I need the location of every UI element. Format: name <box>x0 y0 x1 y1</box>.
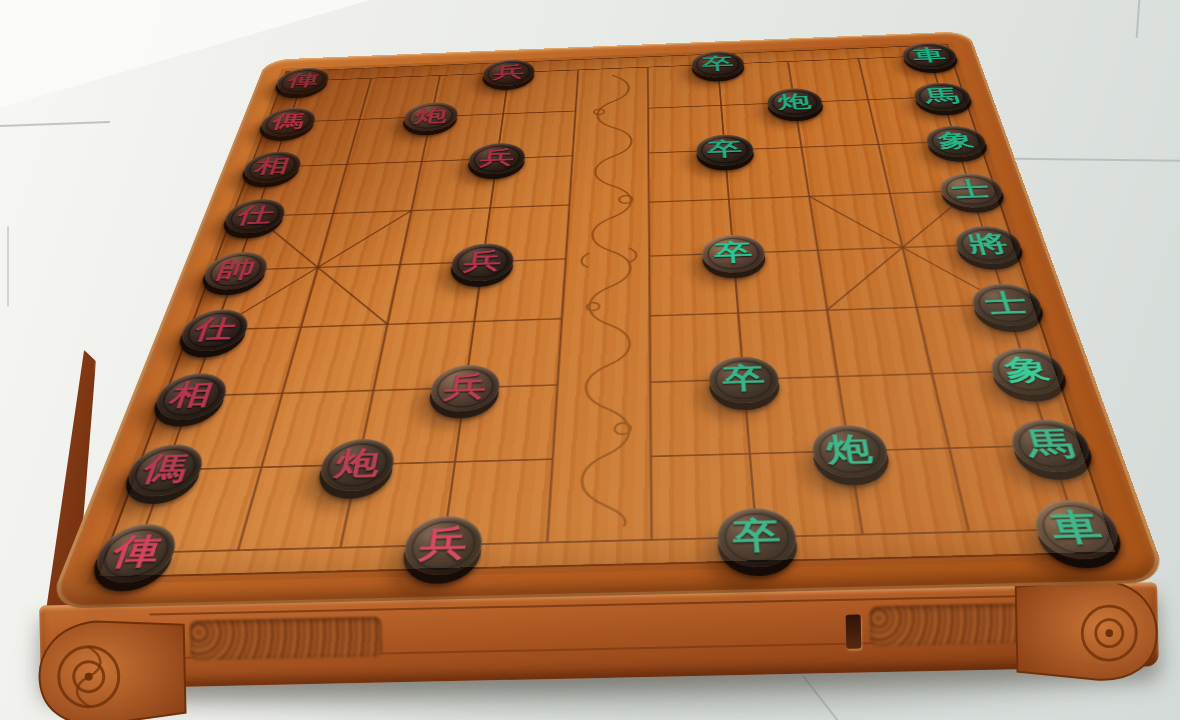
piece-black[interactable]: 士 <box>967 283 1047 327</box>
piece-character: 兵 <box>417 525 469 562</box>
piece-red[interactable]: 仕 <box>220 198 290 234</box>
piece-black[interactable]: 馬 <box>1006 419 1097 473</box>
piece-red[interactable]: 兵 <box>400 516 485 576</box>
piece-black[interactable]: 炮 <box>809 424 891 478</box>
piece-character: 士 <box>949 179 992 201</box>
piece-character: 兵 <box>492 63 526 80</box>
piece-character: 卒 <box>721 363 766 393</box>
piece-character: 象 <box>1001 355 1053 385</box>
piece-red[interactable]: 仕 <box>175 308 253 351</box>
piece-red[interactable]: 傌 <box>257 107 320 137</box>
piece-character: 車 <box>1046 509 1106 546</box>
piece-character: 帥 <box>214 257 259 281</box>
piece-black[interactable]: 卒 <box>691 50 745 78</box>
piece-red[interactable]: 炮 <box>316 438 399 492</box>
piece-red[interactable]: 相 <box>149 372 232 420</box>
piece-character: 卒 <box>701 55 734 72</box>
board-wrap: 俥傌相仕帥仕相傌俥炮炮兵兵兵兵兵車馬象士將士象馬車炮炮卒卒卒卒卒 <box>175 0 1040 690</box>
piece-black[interactable]: 卒 <box>696 134 755 167</box>
piece-character: 俥 <box>285 72 322 89</box>
piece-red[interactable]: 俥 <box>273 67 333 95</box>
piece-character: 炮 <box>413 106 449 125</box>
floor-tile-seam <box>1136 0 1141 38</box>
piece-red[interactable]: 傌 <box>120 444 209 497</box>
piece-character: 俥 <box>107 533 166 570</box>
piece-red[interactable]: 帥 <box>199 251 273 290</box>
piece-black[interactable]: 象 <box>923 125 990 158</box>
piece-red[interactable]: 俥 <box>88 523 184 583</box>
piece-black[interactable]: 卒 <box>708 356 781 404</box>
piece-character: 相 <box>252 156 292 176</box>
piece-character: 仕 <box>234 204 277 226</box>
piece-character: 仕 <box>191 315 239 342</box>
piece-character: 炮 <box>333 447 384 480</box>
photo-scene: 俥傌相仕帥仕相傌俥炮炮兵兵兵兵兵車馬象士將士象馬車炮炮卒卒卒卒卒 <box>0 0 1180 720</box>
piece-red[interactable]: 相 <box>239 151 305 184</box>
play-area: 俥傌相仕帥仕相傌俥炮炮兵兵兵兵兵車馬象士將士象馬車炮炮卒卒卒卒卒 <box>96 44 1119 578</box>
piece-character: 卒 <box>731 517 782 554</box>
piece-black[interactable]: 馬 <box>911 82 975 112</box>
floor-tile-seam <box>7 226 9 306</box>
floor-tile-seam <box>0 121 110 127</box>
piece-character: 卒 <box>713 240 753 264</box>
xiangqi-board: 俥傌相仕帥仕相傌俥炮炮兵兵兵兵兵車馬象士將士象馬車炮炮卒卒卒卒卒 <box>47 31 1169 609</box>
piece-character: 炮 <box>776 92 812 111</box>
piece-character: 傌 <box>139 452 193 485</box>
piece-red[interactable]: 兵 <box>449 242 516 281</box>
piece-red[interactable]: 兵 <box>427 364 502 412</box>
piece-character: 象 <box>935 130 976 150</box>
piece-character: 馬 <box>922 87 961 106</box>
piece-black[interactable]: 卒 <box>716 508 799 569</box>
piece-red[interactable]: 炮 <box>401 102 460 132</box>
piece-black[interactable]: 炮 <box>765 88 824 118</box>
piece-character: 卒 <box>707 139 743 159</box>
scroll-foot-left <box>33 615 187 720</box>
piece-character: 車 <box>911 47 948 64</box>
piece-character: 傌 <box>269 112 307 131</box>
piece-character: 將 <box>965 231 1011 255</box>
pieces-layer: 俥傌相仕帥仕相傌俥炮炮兵兵兵兵兵車馬象士將士象馬車炮炮卒卒卒卒卒 <box>99 45 1115 576</box>
piece-black[interactable]: 士 <box>936 173 1007 209</box>
piece-character: 相 <box>166 380 217 409</box>
piece-black[interactable]: 象 <box>985 347 1070 395</box>
piece-black[interactable]: 卒 <box>701 234 766 274</box>
piece-character: 兵 <box>442 372 488 401</box>
piece-character: 兵 <box>462 249 503 273</box>
piece-character: 馬 <box>1022 427 1078 460</box>
piece-red[interactable]: 兵 <box>467 142 527 175</box>
piece-character: 炮 <box>824 433 874 466</box>
piece-character: 士 <box>982 290 1031 317</box>
piece-red[interactable]: 兵 <box>481 59 536 87</box>
piece-black[interactable]: 車 <box>899 42 960 70</box>
piece-black[interactable]: 車 <box>1028 499 1126 560</box>
piece-character: 兵 <box>479 148 516 168</box>
piece-black[interactable]: 將 <box>951 225 1026 265</box>
